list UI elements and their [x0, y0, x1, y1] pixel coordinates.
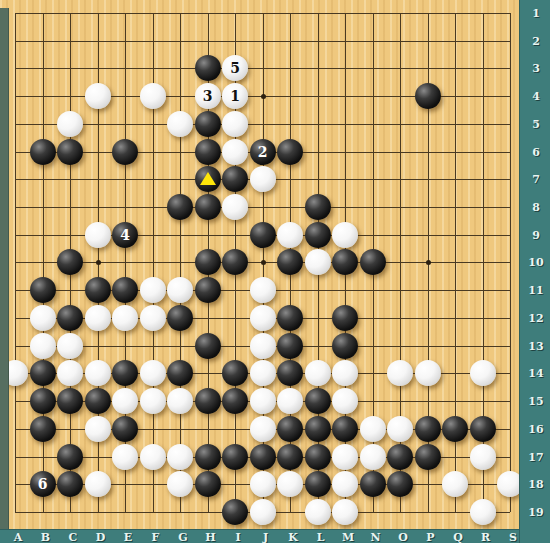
white-stone[interactable] — [222, 111, 248, 137]
move-number-label: 5 — [230, 61, 240, 75]
column-label-H: H — [205, 531, 215, 543]
black-stone[interactable] — [195, 444, 221, 470]
black-stone[interactable] — [195, 277, 221, 303]
black-stone[interactable] — [305, 194, 331, 220]
black-stone[interactable] — [30, 388, 56, 414]
white-stone[interactable] — [112, 444, 138, 470]
move-number-label: 1 — [230, 89, 240, 103]
black-stone[interactable] — [332, 249, 358, 275]
white-stone[interactable] — [305, 499, 331, 525]
move-number-label: 3 — [203, 89, 213, 103]
black-stone[interactable] — [195, 333, 221, 359]
black-stone[interactable] — [277, 444, 303, 470]
black-stone[interactable] — [387, 444, 413, 470]
black-stone[interactable] — [277, 360, 303, 386]
row-label-11: 11 — [528, 284, 543, 297]
black-stone[interactable] — [30, 416, 56, 442]
row-label-4: 4 — [532, 90, 540, 103]
star-point — [261, 94, 266, 99]
black-stone[interactable] — [305, 471, 331, 497]
white-stone[interactable] — [305, 360, 331, 386]
white-stone[interactable] — [112, 388, 138, 414]
white-stone[interactable] — [332, 499, 358, 525]
row-label-12: 12 — [528, 311, 543, 324]
black-stone[interactable] — [222, 444, 248, 470]
black-stone[interactable] — [305, 416, 331, 442]
black-stone[interactable] — [305, 222, 331, 248]
black-stone[interactable] — [332, 305, 358, 331]
black-stone[interactable] — [195, 111, 221, 137]
white-stone[interactable] — [250, 305, 276, 331]
white-stone[interactable] — [167, 277, 193, 303]
white-stone[interactable] — [85, 305, 111, 331]
black-stone[interactable] — [222, 249, 248, 275]
white-stone[interactable] — [140, 277, 166, 303]
go-board[interactable]: 531246 — [0, 0, 550, 543]
black-stone[interactable] — [57, 305, 83, 331]
row-label-9: 9 — [532, 228, 540, 241]
black-stone[interactable] — [195, 139, 221, 165]
black-stone[interactable] — [332, 416, 358, 442]
white-stone[interactable] — [30, 333, 56, 359]
white-stone[interactable] — [140, 444, 166, 470]
row-label-2: 2 — [532, 34, 540, 47]
black-stone[interactable] — [112, 416, 138, 442]
black-stone[interactable] — [277, 305, 303, 331]
move-number-label: 4 — [120, 228, 130, 242]
triangle-marker-icon — [200, 172, 216, 185]
black-stone[interactable] — [415, 444, 441, 470]
black-stone[interactable] — [195, 166, 221, 192]
black-stone[interactable] — [30, 139, 56, 165]
board-left-edge — [0, 8, 9, 543]
white-stone[interactable] — [332, 360, 358, 386]
white-stone[interactable] — [222, 139, 248, 165]
move-number-label: 2 — [258, 145, 268, 159]
column-label-R: R — [481, 531, 490, 543]
black-stone[interactable] — [360, 249, 386, 275]
white-stone[interactable] — [277, 471, 303, 497]
row-label-13: 13 — [528, 339, 543, 352]
white-stone[interactable] — [167, 111, 193, 137]
white-stone[interactable] — [250, 471, 276, 497]
white-stone[interactable] — [85, 360, 111, 386]
black-stone[interactable] — [305, 444, 331, 470]
black-stone[interactable] — [387, 471, 413, 497]
black-stone[interactable] — [167, 360, 193, 386]
white-stone[interactable] — [140, 83, 166, 109]
white-stone[interactable] — [387, 416, 413, 442]
white-stone[interactable] — [222, 194, 248, 220]
white-stone[interactable] — [442, 471, 468, 497]
column-label-G: G — [178, 531, 187, 543]
row-label-19: 19 — [528, 505, 543, 518]
row-label-10: 10 — [528, 256, 543, 269]
white-stone[interactable] — [167, 471, 193, 497]
black-stone[interactable] — [305, 388, 331, 414]
white-stone[interactable] — [332, 471, 358, 497]
black-stone[interactable] — [222, 166, 248, 192]
black-stone[interactable] — [112, 360, 138, 386]
white-stone[interactable] — [140, 360, 166, 386]
white-stone[interactable] — [470, 444, 496, 470]
white-stone[interactable] — [415, 360, 441, 386]
white-stone[interactable] — [250, 360, 276, 386]
black-stone[interactable] — [195, 194, 221, 220]
row-label-14: 14 — [528, 367, 543, 380]
column-label-P: P — [426, 531, 434, 543]
white-stone[interactable] — [140, 305, 166, 331]
column-label-C: C — [69, 531, 78, 543]
white-stone[interactable] — [30, 305, 56, 331]
black-stone[interactable] — [277, 333, 303, 359]
black-stone[interactable] — [57, 139, 83, 165]
black-stone[interactable] — [30, 277, 56, 303]
white-stone[interactable]: 3 — [195, 83, 221, 109]
black-stone[interactable] — [360, 471, 386, 497]
black-stone[interactable] — [277, 139, 303, 165]
white-stone[interactable] — [57, 333, 83, 359]
star-point — [96, 260, 101, 265]
black-stone[interactable] — [57, 444, 83, 470]
white-stone[interactable] — [470, 360, 496, 386]
black-stone[interactable] — [85, 277, 111, 303]
black-stone[interactable] — [250, 444, 276, 470]
white-stone[interactable] — [277, 222, 303, 248]
black-stone[interactable] — [167, 305, 193, 331]
star-point — [426, 260, 431, 265]
black-stone[interactable]: 2 — [250, 139, 276, 165]
row-label-5: 5 — [532, 117, 540, 130]
column-coordinate-strip — [0, 529, 519, 543]
white-stone[interactable] — [360, 444, 386, 470]
white-stone[interactable] — [277, 388, 303, 414]
row-label-18: 18 — [528, 478, 543, 491]
row-label-15: 15 — [528, 395, 543, 408]
white-stone[interactable] — [112, 305, 138, 331]
black-stone[interactable] — [195, 471, 221, 497]
black-stone[interactable]: 6 — [30, 471, 56, 497]
black-stone[interactable] — [57, 388, 83, 414]
black-stone[interactable] — [415, 83, 441, 109]
column-label-L: L — [317, 531, 325, 543]
white-stone[interactable] — [250, 499, 276, 525]
column-label-A: A — [14, 531, 23, 543]
row-label-3: 3 — [532, 62, 540, 75]
move-number-label: 6 — [38, 477, 48, 491]
black-stone[interactable] — [195, 388, 221, 414]
row-label-7: 7 — [532, 173, 540, 186]
black-stone[interactable] — [277, 249, 303, 275]
black-stone[interactable] — [167, 194, 193, 220]
column-label-I: I — [235, 531, 240, 543]
column-label-M: M — [342, 531, 354, 543]
white-stone[interactable] — [85, 416, 111, 442]
black-stone[interactable] — [195, 249, 221, 275]
row-label-16: 16 — [528, 422, 543, 435]
black-stone[interactable] — [442, 416, 468, 442]
white-stone[interactable] — [57, 111, 83, 137]
black-stone[interactable] — [57, 249, 83, 275]
white-stone[interactable] — [167, 444, 193, 470]
white-stone[interactable]: 1 — [222, 83, 248, 109]
white-stone[interactable] — [250, 416, 276, 442]
black-stone[interactable] — [250, 222, 276, 248]
white-stone[interactable] — [387, 360, 413, 386]
row-label-6: 6 — [532, 145, 540, 158]
white-stone[interactable] — [250, 277, 276, 303]
black-stone[interactable]: 4 — [112, 222, 138, 248]
white-stone[interactable] — [167, 388, 193, 414]
white-stone[interactable] — [332, 222, 358, 248]
column-label-J: J — [263, 531, 268, 543]
black-stone[interactable] — [470, 416, 496, 442]
white-stone[interactable]: 5 — [222, 55, 248, 81]
white-stone[interactable] — [85, 83, 111, 109]
white-stone[interactable] — [57, 360, 83, 386]
white-stone[interactable] — [250, 333, 276, 359]
black-stone[interactable] — [222, 388, 248, 414]
row-label-17: 17 — [528, 450, 543, 463]
white-stone[interactable] — [250, 388, 276, 414]
row-label-8: 8 — [532, 201, 540, 214]
black-stone[interactable] — [415, 416, 441, 442]
column-label-Q: Q — [453, 531, 463, 543]
column-label-S: S — [509, 531, 517, 543]
grid-vertical-line — [510, 13, 511, 512]
white-stone[interactable] — [332, 388, 358, 414]
black-stone[interactable] — [332, 333, 358, 359]
black-stone[interactable] — [222, 499, 248, 525]
black-stone[interactable] — [112, 139, 138, 165]
go-game-window: 531246 12345678910111213141516171819ABCD… — [0, 0, 550, 543]
column-label-D: D — [96, 531, 106, 543]
column-label-N: N — [370, 531, 380, 543]
white-stone[interactable] — [332, 444, 358, 470]
black-stone[interactable] — [195, 55, 221, 81]
column-label-O: O — [398, 531, 408, 543]
black-stone[interactable] — [222, 360, 248, 386]
white-stone[interactable] — [305, 249, 331, 275]
white-stone[interactable] — [85, 471, 111, 497]
column-label-F: F — [152, 531, 160, 543]
black-stone[interactable] — [57, 471, 83, 497]
black-stone[interactable] — [277, 416, 303, 442]
column-label-B: B — [41, 531, 50, 543]
white-stone[interactable] — [360, 416, 386, 442]
black-stone[interactable] — [85, 388, 111, 414]
star-point — [261, 260, 266, 265]
black-stone[interactable] — [30, 360, 56, 386]
white-stone[interactable] — [140, 388, 166, 414]
white-stone[interactable] — [470, 499, 496, 525]
column-label-E: E — [124, 531, 132, 543]
row-label-1: 1 — [532, 7, 540, 20]
white-stone[interactable] — [250, 166, 276, 192]
white-stone[interactable] — [85, 222, 111, 248]
column-label-K: K — [288, 531, 298, 543]
black-stone[interactable] — [112, 277, 138, 303]
